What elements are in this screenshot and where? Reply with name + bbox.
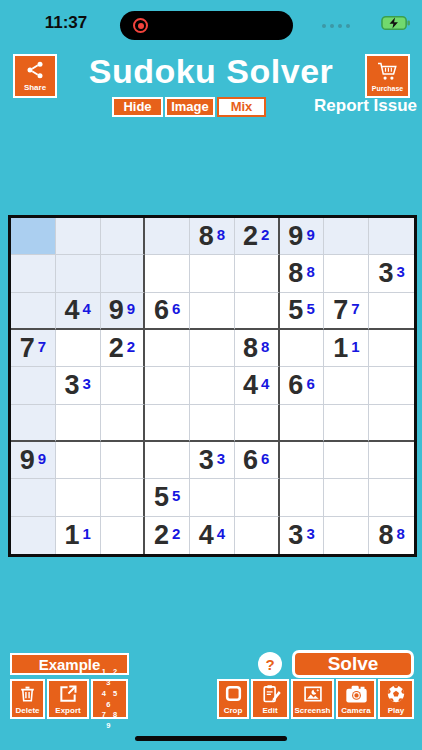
sudoku-cell-r9c9[interactable]: 88 bbox=[369, 517, 414, 554]
sudoku-cell-r9c3[interactable] bbox=[101, 517, 146, 554]
given-digit: 8 bbox=[288, 260, 303, 287]
ocr-digit: 5 bbox=[172, 488, 180, 503]
sudoku-cell-r2c5[interactable] bbox=[190, 255, 235, 292]
edit-button[interactable]: Edit bbox=[251, 679, 289, 719]
given-digit: 2 bbox=[243, 223, 258, 250]
tab-hide[interactable]: Hide bbox=[112, 97, 163, 117]
sudoku-cell-r6c2[interactable] bbox=[56, 405, 101, 442]
ocr-digit: 9 bbox=[127, 301, 135, 316]
sudoku-cell-r2c7[interactable]: 88 bbox=[280, 255, 325, 292]
given-digit: 3 bbox=[378, 260, 393, 287]
sudoku-cell-r8c7[interactable] bbox=[280, 479, 325, 516]
sudoku-cell-r2c2[interactable] bbox=[56, 255, 101, 292]
sudoku-cell-r6c5[interactable] bbox=[190, 405, 235, 442]
camera-icon bbox=[345, 684, 368, 707]
numbers-row-2: 4 5 6 bbox=[94, 689, 125, 711]
numbers-row-1: 1 2 3 bbox=[94, 667, 125, 689]
given-digit: 8 bbox=[243, 335, 258, 362]
sudoku-cell-r9c5[interactable]: 44 bbox=[190, 517, 235, 554]
sudoku-cell-r6c8[interactable] bbox=[324, 405, 369, 442]
purchase-button[interactable]: Purchase bbox=[365, 54, 410, 98]
ocr-digit: 7 bbox=[351, 301, 359, 316]
tab-mix[interactable]: Mix bbox=[217, 97, 266, 117]
camera-button[interactable]: Camera bbox=[336, 679, 376, 719]
ocr-digit: 6 bbox=[261, 451, 269, 466]
report-issue-link[interactable]: Report Issue bbox=[314, 96, 417, 116]
sudoku-cell-r3c7[interactable]: 55 bbox=[280, 293, 325, 330]
given-digit: 7 bbox=[20, 335, 35, 362]
sudoku-cell-r8c4[interactable]: 55 bbox=[145, 479, 190, 516]
export-icon bbox=[58, 684, 78, 707]
given-digit: 3 bbox=[199, 447, 214, 474]
screenshot-button-label: Screensh bbox=[294, 707, 330, 715]
ocr-digit: 2 bbox=[261, 227, 269, 242]
given-digit: 2 bbox=[109, 335, 124, 362]
sudoku-cell-r9c4[interactable]: 22 bbox=[145, 517, 190, 554]
ocr-digit: 9 bbox=[38, 451, 46, 466]
sudoku-cell-r6c6[interactable] bbox=[235, 405, 280, 442]
share-button[interactable]: Share bbox=[13, 54, 57, 98]
sudoku-cell-r1c5[interactable]: 88 bbox=[190, 218, 235, 255]
given-digit: 5 bbox=[154, 484, 169, 511]
given-digit: 3 bbox=[288, 522, 303, 549]
given-digit: 6 bbox=[243, 447, 258, 474]
tab-image[interactable]: Image bbox=[165, 97, 215, 117]
given-digit: 9 bbox=[109, 297, 124, 324]
sudoku-cell-r2c4[interactable] bbox=[145, 255, 190, 292]
sudoku-cell-r4c9[interactable] bbox=[369, 330, 414, 367]
delete-button[interactable]: Delete bbox=[10, 679, 45, 719]
crop-button-label: Crop bbox=[224, 707, 243, 715]
ocr-digit: 7 bbox=[38, 339, 46, 354]
sudoku-cell-r2c1[interactable] bbox=[11, 255, 56, 292]
ocr-digit: 6 bbox=[306, 376, 314, 391]
sudoku-cell-r7c5[interactable]: 33 bbox=[190, 442, 235, 479]
ocr-digit: 3 bbox=[217, 451, 225, 466]
solve-button[interactable]: Solve bbox=[292, 650, 414, 678]
sudoku-cell-r1c1[interactable] bbox=[11, 218, 56, 255]
battery-charging-icon bbox=[381, 15, 411, 31]
sudoku-cell-r4c3[interactable]: 22 bbox=[101, 330, 146, 367]
sudoku-cell-r4c5[interactable] bbox=[190, 330, 235, 367]
numbers-pad-button[interactable]: 1 2 3 4 5 6 7 8 9 bbox=[91, 679, 128, 719]
given-digit: 8 bbox=[378, 522, 393, 549]
sudoku-cell-r4c6[interactable]: 88 bbox=[235, 330, 280, 367]
given-digit: 9 bbox=[288, 223, 303, 250]
crop-button[interactable]: Crop bbox=[217, 679, 249, 719]
crop-icon bbox=[224, 684, 243, 706]
delete-button-label: Delete bbox=[15, 707, 39, 715]
ocr-digit: 6 bbox=[172, 301, 180, 316]
sudoku-cell-r4c4[interactable] bbox=[145, 330, 190, 367]
recording-indicator-icon bbox=[133, 18, 148, 33]
sudoku-cell-r8c5[interactable] bbox=[190, 479, 235, 516]
sudoku-cell-r7c2[interactable] bbox=[56, 442, 101, 479]
ocr-digit: 2 bbox=[127, 339, 135, 354]
share-icon bbox=[25, 60, 45, 83]
sudoku-cell-r6c9[interactable] bbox=[369, 405, 414, 442]
ocr-digit: 8 bbox=[306, 264, 314, 279]
sudoku-cell-r1c6[interactable]: 22 bbox=[235, 218, 280, 255]
sudoku-cell-r3c5[interactable] bbox=[190, 293, 235, 330]
cart-icon bbox=[377, 61, 399, 84]
share-button-label: Share bbox=[24, 84, 46, 92]
given-digit: 5 bbox=[288, 297, 303, 324]
ocr-digit: 4 bbox=[217, 526, 225, 541]
edit-button-label: Edit bbox=[262, 707, 277, 715]
sudoku-cell-r1c3[interactable] bbox=[101, 218, 146, 255]
sudoku-cell-r8c2[interactable] bbox=[56, 479, 101, 516]
given-digit: 4 bbox=[64, 297, 79, 324]
sudoku-cell-r5c3[interactable] bbox=[101, 367, 146, 404]
given-digit: 4 bbox=[199, 522, 214, 549]
sudoku-cell-r5c8[interactable] bbox=[324, 367, 369, 404]
given-digit: 1 bbox=[64, 522, 79, 549]
sudoku-cell-r9c1[interactable] bbox=[11, 517, 56, 554]
sudoku-cell-r1c9[interactable] bbox=[369, 218, 414, 255]
sudoku-cell-r7c1[interactable]: 99 bbox=[11, 442, 56, 479]
sudoku-cell-r8c8[interactable] bbox=[324, 479, 369, 516]
soccer-ball-icon bbox=[386, 684, 406, 707]
sudoku-cell-r3c3[interactable]: 99 bbox=[101, 293, 146, 330]
ocr-digit: 1 bbox=[83, 526, 91, 541]
sudoku-cell-r7c4[interactable] bbox=[145, 442, 190, 479]
ocr-digit: 8 bbox=[261, 339, 269, 354]
sudoku-cell-r2c6[interactable] bbox=[235, 255, 280, 292]
purchase-button-label: Purchase bbox=[372, 85, 404, 92]
export-button[interactable]: Export bbox=[47, 679, 89, 719]
dynamic-island bbox=[120, 11, 293, 40]
sudoku-cell-r4c1[interactable]: 77 bbox=[11, 330, 56, 367]
screenshot-button[interactable]: Screensh bbox=[291, 679, 334, 719]
sudoku-cell-r5c2[interactable]: 33 bbox=[56, 367, 101, 404]
sudoku-cell-r5c1[interactable] bbox=[11, 367, 56, 404]
app-title: Sudoku Solver bbox=[60, 52, 362, 91]
camera-button-label: Camera bbox=[341, 707, 370, 715]
sudoku-cell-r2c3[interactable] bbox=[101, 255, 146, 292]
sudoku-cell-r3c1[interactable] bbox=[11, 293, 56, 330]
ocr-digit: 5 bbox=[306, 301, 314, 316]
sudoku-cell-r5c7[interactable]: 66 bbox=[280, 367, 325, 404]
ocr-digit: 4 bbox=[261, 376, 269, 391]
export-button-label: Export bbox=[55, 707, 80, 715]
given-digit: 4 bbox=[243, 372, 258, 399]
sudoku-cell-r8c6[interactable] bbox=[235, 479, 280, 516]
status-time: 11:37 bbox=[38, 13, 94, 33]
app-screen: 11:37 Share Sudoku Solver bbox=[0, 0, 422, 750]
ocr-digit: 2 bbox=[172, 526, 180, 541]
play-button-label: Play bbox=[388, 707, 404, 715]
sudoku-cell-r7c9[interactable] bbox=[369, 442, 414, 479]
home-indicator[interactable] bbox=[135, 736, 287, 741]
sudoku-cell-r8c3[interactable] bbox=[101, 479, 146, 516]
ocr-digit: 4 bbox=[83, 301, 91, 316]
screenshot-image-icon bbox=[302, 684, 324, 707]
sudoku-cell-r5c9[interactable] bbox=[369, 367, 414, 404]
given-digit: 2 bbox=[154, 522, 169, 549]
ocr-digit: 3 bbox=[396, 264, 404, 279]
sudoku-cell-r8c1[interactable] bbox=[11, 479, 56, 516]
sudoku-cell-r8c9[interactable] bbox=[369, 479, 414, 516]
sudoku-cell-r7c3[interactable] bbox=[101, 442, 146, 479]
sudoku-cell-r4c7[interactable] bbox=[280, 330, 325, 367]
sudoku-cell-r6c7[interactable] bbox=[280, 405, 325, 442]
sudoku-cell-r7c6[interactable]: 66 bbox=[235, 442, 280, 479]
sudoku-cell-r3c8[interactable]: 77 bbox=[324, 293, 369, 330]
sudoku-board: 8822998833449966557777228811334466993366… bbox=[8, 215, 417, 557]
sudoku-cell-r5c5[interactable] bbox=[190, 367, 235, 404]
sudoku-cell-r4c8[interactable]: 11 bbox=[324, 330, 369, 367]
sudoku-cell-r3c6[interactable] bbox=[235, 293, 280, 330]
play-button[interactable]: Play bbox=[378, 679, 414, 719]
ocr-digit: 3 bbox=[83, 376, 91, 391]
sudoku-cell-r1c2[interactable] bbox=[56, 218, 101, 255]
sudoku-cell-r9c8[interactable] bbox=[324, 517, 369, 554]
given-digit: 3 bbox=[64, 372, 79, 399]
sudoku-cell-r1c4[interactable] bbox=[145, 218, 190, 255]
help-button[interactable]: ? bbox=[258, 652, 282, 676]
sudoku-cell-r9c7[interactable]: 33 bbox=[280, 517, 325, 554]
given-digit: 1 bbox=[333, 335, 348, 362]
sudoku-cell-r3c2[interactable]: 44 bbox=[56, 293, 101, 330]
given-digit: 6 bbox=[154, 297, 169, 324]
given-digit: 6 bbox=[288, 372, 303, 399]
sudoku-cell-r5c6[interactable]: 44 bbox=[235, 367, 280, 404]
sudoku-cell-r2c8[interactable] bbox=[324, 255, 369, 292]
sudoku-cell-r7c8[interactable] bbox=[324, 442, 369, 479]
sudoku-cell-r9c2[interactable]: 11 bbox=[56, 517, 101, 554]
sudoku-cell-r6c3[interactable] bbox=[101, 405, 146, 442]
sudoku-cell-r6c4[interactable] bbox=[145, 405, 190, 442]
sudoku-cell-r6c1[interactable] bbox=[11, 405, 56, 442]
sudoku-cell-r9c6[interactable] bbox=[235, 517, 280, 554]
ocr-digit: 9 bbox=[306, 227, 314, 242]
ocr-digit: 3 bbox=[306, 526, 314, 541]
sudoku-cell-r4c2[interactable] bbox=[56, 330, 101, 367]
given-digit: 9 bbox=[20, 447, 35, 474]
sudoku-cell-r1c7[interactable]: 99 bbox=[280, 218, 325, 255]
ocr-digit: 8 bbox=[217, 227, 225, 242]
edit-clipboard-icon bbox=[260, 684, 281, 707]
sudoku-cell-r3c9[interactable] bbox=[369, 293, 414, 330]
sudoku-cell-r5c4[interactable] bbox=[145, 367, 190, 404]
given-digit: 7 bbox=[333, 297, 348, 324]
sudoku-cell-r3c4[interactable]: 66 bbox=[145, 293, 190, 330]
sudoku-cell-r2c9[interactable]: 33 bbox=[369, 255, 414, 292]
sudoku-cell-r7c7[interactable] bbox=[280, 442, 325, 479]
signal-dots-icon bbox=[322, 24, 350, 28]
ocr-digit: 1 bbox=[351, 339, 359, 354]
given-digit: 8 bbox=[199, 223, 214, 250]
ocr-digit: 8 bbox=[396, 526, 404, 541]
trash-icon bbox=[18, 684, 37, 707]
sudoku-cell-r1c8[interactable] bbox=[324, 218, 369, 255]
numbers-row-3: 7 8 9 bbox=[94, 710, 125, 732]
